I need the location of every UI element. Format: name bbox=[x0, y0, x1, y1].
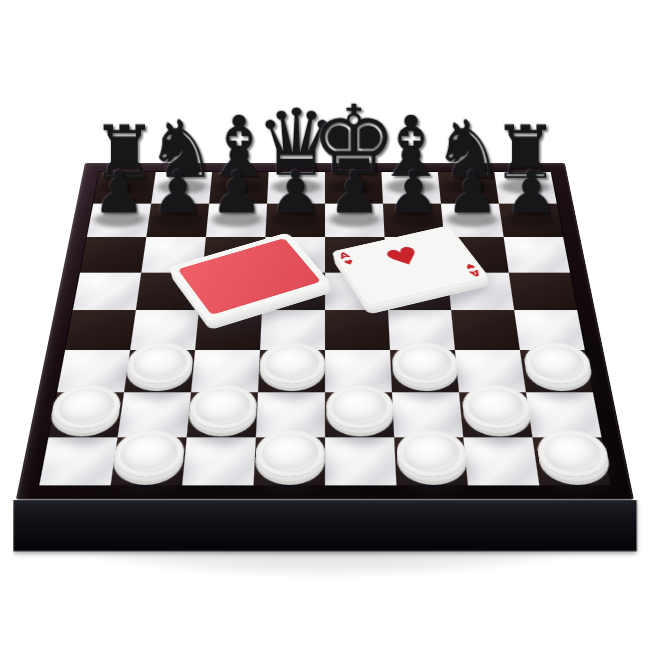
square-h6[interactable] bbox=[504, 237, 570, 272]
square-e1[interactable] bbox=[325, 437, 396, 485]
square-a1[interactable] bbox=[39, 437, 117, 485]
square-h5[interactable] bbox=[509, 273, 577, 311]
board-box-side bbox=[13, 500, 636, 552]
checker-white[interactable] bbox=[326, 384, 394, 428]
square-a6[interactable] bbox=[80, 237, 146, 272]
black-pawn-glyph: ♟ bbox=[463, 163, 600, 222]
square-e4[interactable] bbox=[325, 310, 390, 350]
square-c1[interactable] bbox=[182, 437, 256, 485]
square-g4[interactable] bbox=[451, 310, 520, 350]
checker-white[interactable] bbox=[258, 342, 324, 383]
square-g1[interactable] bbox=[463, 437, 539, 485]
game-board: A ♥ ♥ A ♥ ♜♞♝♛♚♝♞♜♟♟♟♟♟♟♟♟ bbox=[16, 163, 634, 500]
square-a4[interactable] bbox=[65, 310, 136, 350]
card-index-bottom-right: A ♥ bbox=[462, 262, 482, 278]
board-scene: A ♥ ♥ A ♥ ♜♞♝♛♚♝♞♜♟♟♟♟♟♟♟♟ bbox=[0, 0, 650, 650]
square-a5[interactable] bbox=[73, 273, 141, 311]
heart-icon: ♥ bbox=[462, 262, 476, 271]
checker-white[interactable] bbox=[254, 429, 324, 476]
